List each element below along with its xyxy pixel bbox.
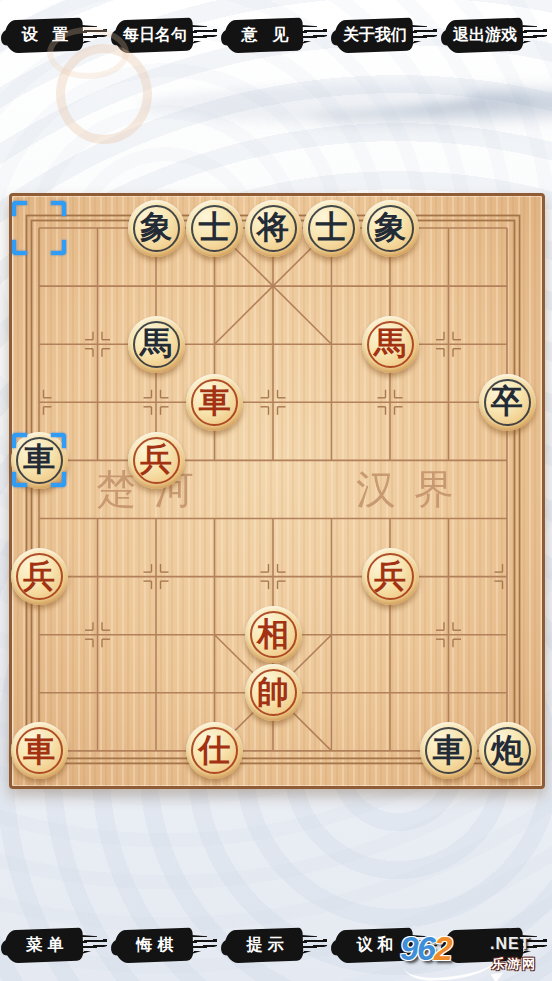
watermark-net-label: .NET bbox=[490, 935, 530, 953]
daily-quote-button[interactable]: 每日名句 bbox=[115, 16, 217, 56]
piece-red-elephant[interactable]: 相 bbox=[245, 606, 302, 663]
piece-red-pawn[interactable]: 兵 bbox=[11, 548, 68, 605]
xiangqi-board[interactable]: 楚河 汉界 象士将士象馬馬車卒車兵兵兵相帥車仕車炮 bbox=[9, 193, 545, 789]
menu-button[interactable]: 菜单 bbox=[5, 926, 107, 966]
piece-black-elephant[interactable]: 象 bbox=[362, 200, 419, 257]
piece-black-chariot[interactable]: 車 bbox=[420, 722, 477, 779]
feedback-button[interactable]: 意见 bbox=[225, 16, 327, 56]
exit-game-button-label: 退出游戏 bbox=[449, 16, 521, 54]
piece-red-advisor[interactable]: 仕 bbox=[186, 722, 243, 779]
hint-button[interactable]: 提示 bbox=[225, 926, 327, 966]
feedback-button-label: 意见 bbox=[229, 16, 301, 54]
decor-cloud-wash bbox=[138, 80, 479, 118]
game-screen: 设置 每日名句 意见 关于我们 退出游戏 楚河 汉界 象士将士象馬馬車卒車兵兵兵… bbox=[0, 0, 552, 981]
piece-black-chariot[interactable]: 車 bbox=[11, 432, 68, 489]
decor-ink-ring bbox=[56, 44, 152, 144]
piece-red-pawn[interactable]: 兵 bbox=[128, 432, 185, 489]
piece-red-chariot[interactable]: 車 bbox=[186, 374, 243, 431]
piece-black-cannon[interactable]: 炮 bbox=[479, 722, 536, 779]
piece-red-general[interactable]: 帥 bbox=[245, 664, 302, 721]
piece-black-advisor[interactable]: 士 bbox=[303, 200, 360, 257]
piece-red-horse[interactable]: 馬 bbox=[362, 316, 419, 373]
piece-black-pawn[interactable]: 卒 bbox=[479, 374, 536, 431]
watermark-962net: 962 .NET 乐游网 bbox=[398, 929, 550, 981]
piece-black-elephant[interactable]: 象 bbox=[128, 200, 185, 257]
piece-red-pawn[interactable]: 兵 bbox=[362, 548, 419, 605]
piece-red-chariot[interactable]: 車 bbox=[11, 722, 68, 779]
piece-black-general[interactable]: 将 bbox=[245, 200, 302, 257]
swoosh-arrow-icon bbox=[404, 957, 497, 981]
piece-black-horse[interactable]: 馬 bbox=[128, 316, 185, 373]
daily-quote-button-label: 每日名句 bbox=[119, 16, 191, 54]
undo-move-button-label: 悔棋 bbox=[119, 926, 191, 964]
hint-button-label: 提示 bbox=[229, 926, 301, 964]
exit-game-button[interactable]: 退出游戏 bbox=[445, 16, 547, 56]
menu-button-label: 菜单 bbox=[9, 926, 81, 964]
piece-black-advisor[interactable]: 士 bbox=[186, 200, 243, 257]
about-us-button[interactable]: 关于我们 bbox=[335, 16, 437, 56]
about-us-button-label: 关于我们 bbox=[339, 16, 411, 54]
undo-move-button[interactable]: 悔棋 bbox=[115, 926, 217, 966]
